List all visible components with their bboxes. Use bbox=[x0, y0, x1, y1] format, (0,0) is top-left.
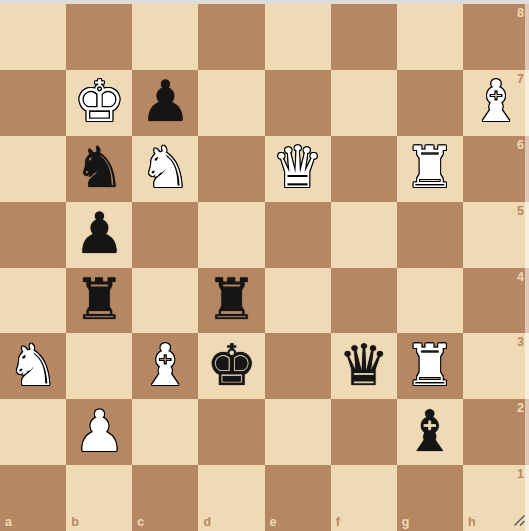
square-a5[interactable] bbox=[0, 202, 66, 268]
square-a2[interactable] bbox=[0, 399, 66, 465]
white-pawn[interactable]: ♟ bbox=[74, 403, 125, 460]
square-b5[interactable]: ♟ bbox=[66, 202, 132, 268]
square-e8[interactable] bbox=[265, 4, 331, 70]
square-b8[interactable] bbox=[66, 4, 132, 70]
rank-label-2: 2 bbox=[517, 402, 524, 415]
square-b3[interactable] bbox=[66, 333, 132, 399]
black-queen[interactable]: ♛ bbox=[338, 337, 389, 394]
square-d5[interactable] bbox=[198, 202, 264, 268]
rank-label-3: 3 bbox=[517, 336, 524, 349]
square-a8[interactable] bbox=[0, 4, 66, 70]
chess-board[interactable]: 8♚♟7♝♞♞♛♜6♟5♜♜4♞♝♚♛♜3♟♝2abcdefg1h bbox=[0, 4, 529, 531]
black-bishop[interactable]: ♝ bbox=[404, 403, 455, 460]
square-c4[interactable] bbox=[132, 268, 198, 334]
square-g7[interactable] bbox=[397, 70, 463, 136]
file-label-a: a bbox=[5, 516, 12, 529]
rank-label-6: 6 bbox=[517, 139, 524, 152]
square-d7[interactable] bbox=[198, 70, 264, 136]
square-h6[interactable]: 6 bbox=[463, 136, 529, 202]
square-f1[interactable]: f bbox=[331, 465, 397, 531]
square-h4[interactable]: 4 bbox=[463, 268, 529, 334]
square-f4[interactable] bbox=[331, 268, 397, 334]
square-d6[interactable] bbox=[198, 136, 264, 202]
square-e4[interactable] bbox=[265, 268, 331, 334]
file-label-e: e bbox=[270, 516, 277, 529]
file-label-d: d bbox=[203, 516, 211, 529]
square-b6[interactable]: ♞ bbox=[66, 136, 132, 202]
file-label-b: b bbox=[71, 516, 79, 529]
rank-label-8: 8 bbox=[517, 7, 524, 20]
black-rook[interactable]: ♜ bbox=[74, 271, 125, 328]
white-bishop[interactable]: ♝ bbox=[140, 337, 191, 394]
square-c5[interactable] bbox=[132, 202, 198, 268]
square-e7[interactable] bbox=[265, 70, 331, 136]
square-g1[interactable]: g bbox=[397, 465, 463, 531]
square-a3[interactable]: ♞ bbox=[0, 333, 66, 399]
square-c3[interactable]: ♝ bbox=[132, 333, 198, 399]
square-e6[interactable]: ♛ bbox=[265, 136, 331, 202]
square-g5[interactable] bbox=[397, 202, 463, 268]
square-e1[interactable]: e bbox=[265, 465, 331, 531]
square-h8[interactable]: 8 bbox=[463, 4, 529, 70]
square-g3[interactable]: ♜ bbox=[397, 333, 463, 399]
square-b4[interactable]: ♜ bbox=[66, 268, 132, 334]
square-g6[interactable]: ♜ bbox=[397, 136, 463, 202]
black-pawn[interactable]: ♟ bbox=[74, 205, 125, 262]
file-label-c: c bbox=[137, 516, 144, 529]
board-editor-page: 8♚♟7♝♞♞♛♜6♟5♜♜4♞♝♚♛♜3♟♝2abcdefg1h bbox=[0, 0, 529, 531]
rank-label-4: 4 bbox=[517, 271, 524, 284]
square-a6[interactable] bbox=[0, 136, 66, 202]
square-f2[interactable] bbox=[331, 399, 397, 465]
square-h3[interactable]: 3 bbox=[463, 333, 529, 399]
resize-handle-icon[interactable] bbox=[513, 514, 526, 527]
file-label-g: g bbox=[402, 516, 410, 529]
square-g8[interactable] bbox=[397, 4, 463, 70]
white-bishop[interactable]: ♝ bbox=[470, 73, 521, 130]
square-b7[interactable]: ♚ bbox=[66, 70, 132, 136]
white-rook[interactable]: ♜ bbox=[404, 139, 455, 196]
square-c1[interactable]: c bbox=[132, 465, 198, 531]
black-knight[interactable]: ♞ bbox=[74, 139, 125, 196]
black-pawn[interactable]: ♟ bbox=[140, 73, 191, 130]
file-label-f: f bbox=[336, 516, 340, 529]
square-h5[interactable]: 5 bbox=[463, 202, 529, 268]
white-queen[interactable]: ♛ bbox=[272, 139, 323, 196]
white-rook[interactable]: ♜ bbox=[404, 337, 455, 394]
square-b2[interactable]: ♟ bbox=[66, 399, 132, 465]
square-b1[interactable]: b bbox=[66, 465, 132, 531]
square-g2[interactable]: ♝ bbox=[397, 399, 463, 465]
square-h7[interactable]: 7♝ bbox=[463, 70, 529, 136]
square-d1[interactable]: d bbox=[198, 465, 264, 531]
square-a7[interactable] bbox=[0, 70, 66, 136]
square-d3[interactable]: ♚ bbox=[198, 333, 264, 399]
black-king[interactable]: ♚ bbox=[206, 337, 257, 394]
square-c6[interactable]: ♞ bbox=[132, 136, 198, 202]
square-f3[interactable]: ♛ bbox=[331, 333, 397, 399]
square-d2[interactable] bbox=[198, 399, 264, 465]
square-g4[interactable] bbox=[397, 268, 463, 334]
rank-label-1: 1 bbox=[517, 468, 524, 481]
square-f8[interactable] bbox=[331, 4, 397, 70]
white-knight[interactable]: ♞ bbox=[8, 337, 59, 394]
file-label-h: h bbox=[468, 516, 476, 529]
white-king[interactable]: ♚ bbox=[74, 73, 125, 130]
black-rook[interactable]: ♜ bbox=[206, 271, 257, 328]
square-e5[interactable] bbox=[265, 202, 331, 268]
square-f7[interactable] bbox=[331, 70, 397, 136]
square-d8[interactable] bbox=[198, 4, 264, 70]
square-f6[interactable] bbox=[331, 136, 397, 202]
square-a4[interactable] bbox=[0, 268, 66, 334]
square-e2[interactable] bbox=[265, 399, 331, 465]
square-e3[interactable] bbox=[265, 333, 331, 399]
square-c2[interactable] bbox=[132, 399, 198, 465]
square-d4[interactable]: ♜ bbox=[198, 268, 264, 334]
square-c7[interactable]: ♟ bbox=[132, 70, 198, 136]
square-c8[interactable] bbox=[132, 4, 198, 70]
square-h2[interactable]: 2 bbox=[463, 399, 529, 465]
rank-label-5: 5 bbox=[517, 205, 524, 218]
square-f5[interactable] bbox=[331, 202, 397, 268]
white-knight[interactable]: ♞ bbox=[140, 139, 191, 196]
square-a1[interactable]: a bbox=[0, 465, 66, 531]
